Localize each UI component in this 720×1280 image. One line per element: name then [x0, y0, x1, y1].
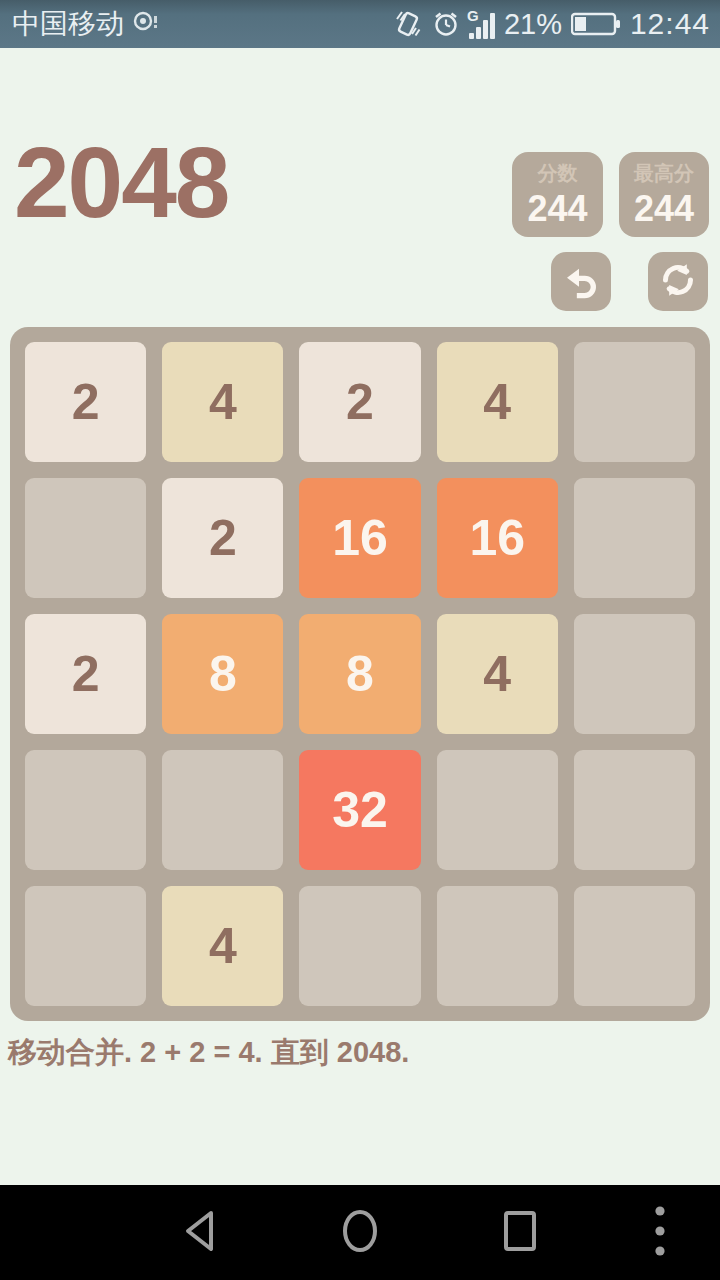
- battery-icon: [571, 11, 621, 37]
- restart-button[interactable]: [648, 252, 708, 311]
- tile-8: 8: [299, 614, 420, 734]
- home-button[interactable]: [305, 1185, 415, 1280]
- home-icon: [340, 1209, 380, 1256]
- android-nav-bar: [0, 1185, 720, 1280]
- empty-cell: [25, 886, 146, 1006]
- status-bar: 中国移动: [0, 0, 720, 48]
- tile-16: 16: [299, 478, 420, 598]
- empty-cell: [299, 886, 420, 1006]
- empty-cell: [25, 478, 146, 598]
- tile-4: 4: [162, 886, 283, 1006]
- tile-2: 2: [162, 478, 283, 598]
- beacon-alert-icon: [132, 8, 158, 41]
- tile-4: 4: [437, 342, 558, 462]
- page-title: 2048: [14, 132, 228, 232]
- empty-cell: [574, 478, 695, 598]
- tile-4: 4: [162, 342, 283, 462]
- hint-text: 移动合并. 2 + 2 = 4. 直到 2048.: [8, 1033, 409, 1073]
- recents-icon: [500, 1209, 540, 1256]
- tile-32: 32: [299, 750, 420, 870]
- tile-2: 2: [25, 614, 146, 734]
- empty-cell: [437, 886, 558, 1006]
- empty-cell: [574, 342, 695, 462]
- empty-cell: [574, 750, 695, 870]
- restart-icon: [658, 260, 698, 303]
- vibrate-icon: [393, 9, 423, 39]
- undo-button[interactable]: [551, 252, 611, 311]
- tile-4: 4: [437, 614, 558, 734]
- empty-cell: [25, 750, 146, 870]
- empty-cell: [162, 750, 283, 870]
- empty-cell: [574, 614, 695, 734]
- battery-percent-label: 21%: [504, 8, 562, 41]
- score-label: 分数: [538, 160, 578, 187]
- empty-cell: [574, 886, 695, 1006]
- back-button[interactable]: [145, 1185, 255, 1280]
- score-box: 分数 244: [512, 152, 603, 237]
- carrier-label: 中国移动: [12, 5, 124, 43]
- best-score-value: 244: [634, 188, 694, 230]
- menu-dots-icon: [653, 1204, 667, 1261]
- game-board[interactable]: 2424216162884324: [10, 327, 710, 1021]
- clock-label: 12:44: [630, 7, 710, 41]
- recents-button[interactable]: [465, 1185, 575, 1280]
- network-type-label: G: [467, 7, 479, 24]
- best-score-label: 最高分: [634, 160, 694, 187]
- empty-cell: [437, 750, 558, 870]
- tile-16: 16: [437, 478, 558, 598]
- score-value: 244: [527, 188, 587, 230]
- alarm-clock-icon: [432, 10, 460, 38]
- back-icon: [180, 1209, 220, 1256]
- menu-dots-button[interactable]: [615, 1185, 705, 1280]
- tile-2: 2: [25, 342, 146, 462]
- signal-strength-icon: G: [469, 9, 495, 39]
- undo-icon: [561, 260, 601, 303]
- tile-8: 8: [162, 614, 283, 734]
- best-score-box: 最高分 244: [619, 152, 709, 237]
- tile-2: 2: [299, 342, 420, 462]
